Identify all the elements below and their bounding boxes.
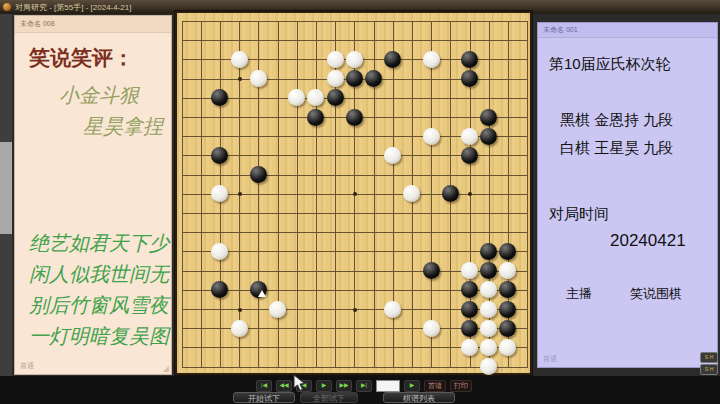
white-stone [423,320,440,337]
black-stone [365,70,382,87]
white-stone [461,339,478,356]
black-stone [384,51,401,68]
white-stone [346,51,363,68]
black-stone [346,70,363,87]
white-stone [480,358,497,375]
black-stone [346,109,363,126]
black-stone [461,320,478,337]
info-footer: 普通 [543,354,557,364]
grid-line-h [182,251,529,252]
toolbar-mini-button[interactable]: 首谱 [424,380,446,392]
white-stone [231,320,248,337]
black-stone [461,301,478,318]
white-stone [307,89,324,106]
toolbar-action-button[interactable]: 全部试下 [300,392,358,403]
left-rail [0,14,12,378]
black-stone [307,109,324,126]
white-stone [211,185,228,202]
white-stone [384,301,401,318]
poem-line: 绝艺如君天下少 [29,228,169,259]
black-stone [442,185,459,202]
white-stone [480,301,497,318]
black-stone [250,281,267,298]
black-player-line: 黑棋 金恩持 九段 [560,111,673,130]
white-stone [384,147,401,164]
commentary-panel-header: 未命名 008 [15,16,171,33]
black-stone [499,243,516,260]
white-stone [480,281,497,298]
white-stone [250,70,267,87]
black-stone [480,262,497,279]
black-stone [461,281,478,298]
app-icon [3,3,11,11]
toolbar-action-button[interactable]: 开始试下 [233,392,295,403]
black-stone [499,320,516,337]
star-point [238,192,242,196]
grid-line-h [182,213,529,214]
black-stone [211,89,228,106]
star-point [468,192,472,196]
go-board-frame [174,10,533,376]
black-stone [211,281,228,298]
commentary-footer: 普通 [20,361,34,371]
white-stone [499,262,516,279]
game-time-label: 对局时间 [549,205,609,224]
white-stone [423,128,440,145]
bottom-toolbar: |◀◀◀◀▶▶▶▶|▶首谱打印 开始试下全部试下棋谱列表 [0,376,720,404]
rail-scroll-handle[interactable] [0,142,12,234]
poem-line: 闲人似我世间无 [29,259,169,290]
move-number-input[interactable] [376,380,400,392]
white-stone [423,51,440,68]
event-title: 第10届应氏杯次轮 [549,55,671,74]
poem-line: 一灯明暗复吴图 [29,321,169,352]
toolbar-action-button[interactable]: 棋谱列表 [383,392,455,403]
white-stone [480,339,497,356]
star-point [353,308,357,312]
resize-grip[interactable]: ◢ [163,364,169,373]
black-stone [480,109,497,126]
black-stone [250,166,267,183]
grid-line-h [182,367,529,368]
white-stone [327,70,344,87]
white-stone [288,89,305,106]
white-stone [269,301,286,318]
nav-button[interactable]: ◀◀ [276,380,292,392]
black-stone [461,70,478,87]
black-stone [327,89,344,106]
white-stone [327,51,344,68]
game-info-panel: 未命名 001 第10届应氏杯次轮 黑棋 金恩持 九段 白棋 王星昊 九段 对局… [537,22,718,368]
mini-widget[interactable]: S·H [700,364,718,375]
black-stone [461,147,478,164]
grid-line-v [431,21,432,368]
black-stone [423,262,440,279]
mouse-cursor [292,374,306,396]
game-info-header: 未命名 001 [538,23,717,38]
star-point [238,77,242,81]
black-stone [480,128,497,145]
white-stone [480,320,497,337]
white-stone [211,243,228,260]
commentary-panel: 未命名 008 笑说笑评： 小金斗狠 星昊拿捏 绝艺如君天下少闲人似我世间无别后… [14,15,172,375]
game-date: 20240421 [610,231,686,251]
white-stone [461,262,478,279]
black-stone [480,243,497,260]
nav-button[interactable]: ▶ [316,380,332,392]
commentary-line-2: 星昊拿捏 [83,113,163,140]
nav-button[interactable]: ▶| [356,380,372,392]
commentary-title: 笑说笑评： [29,44,134,72]
grid-line-v [527,21,528,368]
go-board[interactable] [177,13,530,373]
white-stone [499,339,516,356]
black-stone [499,281,516,298]
nav-button-row: |◀◀◀◀▶▶▶▶|▶首谱打印 [256,380,472,392]
white-stone [231,51,248,68]
toolbar-mini-button[interactable]: 打印 [450,380,472,392]
action-button-row: 开始试下全部试下棋谱列表 [0,392,720,404]
black-stone [461,51,478,68]
grid-line-h [182,232,529,233]
white-stone [403,185,420,202]
white-stone [461,128,478,145]
host-name: 笑说围棋 [630,285,682,303]
star-point [353,192,357,196]
nav-button[interactable]: |◀ [256,380,272,392]
window-title: 对局研究 - [第55手] - [2024-4-21] [15,2,131,13]
star-point [238,308,242,312]
black-stone [211,147,228,164]
commentary-line-1: 小金斗狠 [59,82,139,109]
nav-button[interactable]: ▶▶ [336,380,352,392]
host-label: 主播 [566,285,592,303]
poem-line: 别后竹窗风雪夜 [29,290,169,321]
black-stone [499,301,516,318]
poem-block: 绝艺如君天下少闲人似我世间无别后竹窗风雪夜一灯明暗复吴图 [29,228,169,352]
last-move-marker [258,290,266,297]
mini-widget[interactable]: S·H [700,352,718,363]
white-player-line: 白棋 王星昊 九段 [560,139,673,158]
jump-button[interactable]: ▶ [404,380,420,392]
